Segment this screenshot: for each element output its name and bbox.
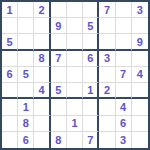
cell-r9c8[interactable]: 3 bbox=[116, 132, 132, 148]
cell-r2c2[interactable] bbox=[18, 18, 34, 34]
cell-r1c9[interactable]: 3 bbox=[132, 2, 148, 18]
cell-r6c8[interactable] bbox=[116, 83, 132, 99]
cell-r1c5[interactable] bbox=[67, 2, 83, 18]
cell-r6c9[interactable] bbox=[132, 83, 148, 99]
cell-r4c7[interactable]: 3 bbox=[99, 51, 115, 67]
cell-r8c1[interactable] bbox=[2, 116, 18, 132]
cell-r7c5[interactable] bbox=[67, 99, 83, 115]
cell-r9c2[interactable]: 6 bbox=[18, 132, 34, 148]
cell-r8c5[interactable]: 1 bbox=[67, 116, 83, 132]
cell-r3c3[interactable] bbox=[34, 34, 50, 50]
cell-r9c5[interactable] bbox=[67, 132, 83, 148]
cell-r4c4[interactable]: 7 bbox=[51, 51, 67, 67]
cell-r5c6[interactable] bbox=[83, 67, 99, 83]
cell-r7c6[interactable] bbox=[83, 99, 99, 115]
cell-r7c7[interactable] bbox=[99, 99, 115, 115]
cell-r7c4[interactable] bbox=[51, 99, 67, 115]
cell-r7c9[interactable] bbox=[132, 99, 148, 115]
cell-r8c2[interactable]: 8 bbox=[18, 116, 34, 132]
cell-r1c1[interactable]: 1 bbox=[2, 2, 18, 18]
cell-r5c2[interactable]: 5 bbox=[18, 67, 34, 83]
cell-r7c3[interactable] bbox=[34, 99, 50, 115]
cell-r6c5[interactable] bbox=[67, 83, 83, 99]
cell-r3c8[interactable] bbox=[116, 34, 132, 50]
cell-r9c9[interactable] bbox=[132, 132, 148, 148]
cell-r7c8[interactable]: 4 bbox=[116, 99, 132, 115]
cell-r1c3[interactable]: 2 bbox=[34, 2, 50, 18]
cell-r5c8[interactable]: 7 bbox=[116, 67, 132, 83]
cell-r9c6[interactable]: 7 bbox=[83, 132, 99, 148]
cell-r4c6[interactable]: 6 bbox=[83, 51, 99, 67]
cell-r2c6[interactable]: 5 bbox=[83, 18, 99, 34]
cell-r8c4[interactable] bbox=[51, 116, 67, 132]
cell-r7c2[interactable]: 1 bbox=[18, 99, 34, 115]
cell-r3c1[interactable]: 5 bbox=[2, 34, 18, 50]
cell-r5c4[interactable] bbox=[51, 67, 67, 83]
cell-r1c7[interactable]: 7 bbox=[99, 2, 115, 18]
cell-r4c8[interactable] bbox=[116, 51, 132, 67]
cell-r2c9[interactable] bbox=[132, 18, 148, 34]
sudoku-board: 12739559876365744512148166873 bbox=[0, 0, 150, 150]
cell-r4c5[interactable] bbox=[67, 51, 83, 67]
cell-r1c2[interactable] bbox=[18, 2, 34, 18]
cell-r2c1[interactable] bbox=[2, 18, 18, 34]
cell-r3c5[interactable] bbox=[67, 34, 83, 50]
cell-r9c3[interactable] bbox=[34, 132, 50, 148]
cell-r8c8[interactable]: 6 bbox=[116, 116, 132, 132]
cell-r6c3[interactable]: 4 bbox=[34, 83, 50, 99]
cell-r9c4[interactable]: 8 bbox=[51, 132, 67, 148]
cell-r3c7[interactable] bbox=[99, 34, 115, 50]
cell-r2c8[interactable] bbox=[116, 18, 132, 34]
cell-r4c3[interactable]: 8 bbox=[34, 51, 50, 67]
cell-r9c1[interactable] bbox=[2, 132, 18, 148]
cell-r5c7[interactable] bbox=[99, 67, 115, 83]
cell-r3c2[interactable] bbox=[18, 34, 34, 50]
cell-r6c4[interactable]: 5 bbox=[51, 83, 67, 99]
cell-r7c1[interactable] bbox=[2, 99, 18, 115]
cell-r5c3[interactable] bbox=[34, 67, 50, 83]
cell-r5c9[interactable]: 4 bbox=[132, 67, 148, 83]
cell-r2c5[interactable] bbox=[67, 18, 83, 34]
cell-r4c1[interactable] bbox=[2, 51, 18, 67]
cell-r1c8[interactable] bbox=[116, 2, 132, 18]
cell-r1c6[interactable] bbox=[83, 2, 99, 18]
cell-r4c9[interactable] bbox=[132, 51, 148, 67]
cell-r1c4[interactable] bbox=[51, 2, 67, 18]
cell-r3c9[interactable]: 9 bbox=[132, 34, 148, 50]
cell-r8c9[interactable] bbox=[132, 116, 148, 132]
cell-r5c5[interactable] bbox=[67, 67, 83, 83]
cell-r4c2[interactable] bbox=[18, 51, 34, 67]
cell-r6c6[interactable]: 1 bbox=[83, 83, 99, 99]
cell-r2c7[interactable] bbox=[99, 18, 115, 34]
cell-r2c3[interactable] bbox=[34, 18, 50, 34]
cell-r8c7[interactable] bbox=[99, 116, 115, 132]
cell-r3c6[interactable] bbox=[83, 34, 99, 50]
cell-r8c6[interactable] bbox=[83, 116, 99, 132]
cell-r3c4[interactable] bbox=[51, 34, 67, 50]
cell-r2c4[interactable]: 9 bbox=[51, 18, 67, 34]
cell-r5c1[interactable]: 6 bbox=[2, 67, 18, 83]
cell-r6c7[interactable]: 2 bbox=[99, 83, 115, 99]
cell-r6c2[interactable] bbox=[18, 83, 34, 99]
cell-r6c1[interactable] bbox=[2, 83, 18, 99]
cell-r8c3[interactable] bbox=[34, 116, 50, 132]
cell-r9c7[interactable] bbox=[99, 132, 115, 148]
sudoku-puzzle: 12739559876365744512148166873 bbox=[0, 0, 150, 150]
